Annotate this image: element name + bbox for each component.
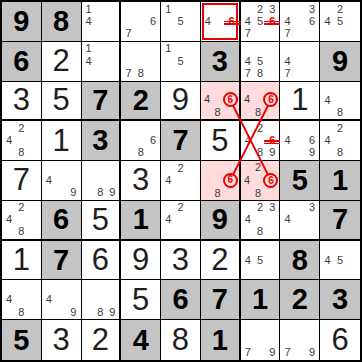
cell-r2c6[interactable]: 3: [201, 42, 241, 82]
cell-r7c3[interactable]: 6: [82, 241, 122, 281]
candidate-2: 2: [334, 3, 347, 15]
cell-r9c5[interactable]: 8: [161, 320, 201, 360]
empty-candidate-slot: [94, 67, 106, 79]
empty-candidate-slot: [266, 226, 278, 238]
empty-candidate-slot: [187, 67, 199, 79]
empty-candidate-slot: [162, 28, 174, 40]
empty-candidate-slot: [106, 281, 118, 293]
candidate-2: 2: [254, 3, 266, 15]
cell-r8c2[interactable]: 49: [42, 280, 82, 320]
cell-r5c2[interactable]: 49: [42, 161, 82, 201]
empty-candidate-slot: [226, 28, 238, 40]
empty-candidate-slot: [83, 281, 95, 293]
candidate-grid: 47: [280, 42, 319, 81]
empty-candidate-slot: [187, 162, 199, 174]
candidate-2: 2: [254, 122, 266, 134]
candidate-4: 4: [281, 214, 293, 226]
candidate-8: 8: [135, 67, 147, 79]
candidate-8: 8: [334, 106, 347, 118]
empty-candidate-slot: [28, 294, 40, 306]
solved-digit: 2: [82, 320, 120, 360]
empty-candidate-slot: [334, 83, 347, 95]
empty-candidate-slot: [162, 162, 174, 174]
empty-candidate-slot: [242, 321, 254, 334]
empty-candidate-slot: [94, 294, 106, 306]
cell-r4c5[interactable]: 7: [161, 121, 201, 161]
candidate-5: 5: [334, 15, 347, 27]
empty-candidate-slot: [281, 3, 293, 15]
cell-r6c4[interactable]: 1: [121, 201, 161, 241]
candidate-3: 3: [266, 202, 278, 214]
empty-candidate-slot: [321, 83, 334, 95]
cell-r2c9[interactable]: 9: [320, 42, 360, 82]
candidate-2: 2: [254, 202, 266, 214]
cell-r9c9[interactable]: 6: [320, 320, 360, 360]
cell-r9c4[interactable]: 4: [121, 320, 161, 360]
cell-r3c6[interactable]: 468: [201, 82, 241, 122]
empty-candidate-slot: [3, 281, 15, 293]
candidate-8: 8: [254, 147, 266, 159]
empty-candidate-slot: [15, 214, 27, 226]
candidate-3: 3: [306, 202, 318, 214]
candidate-grid: 468: [241, 82, 280, 120]
cell-r3c7[interactable]: 468: [241, 82, 281, 122]
candidate-5: 5: [174, 15, 186, 27]
given-digit: 3: [82, 121, 120, 160]
empty-candidate-slot: [242, 266, 254, 278]
empty-candidate-slot: [266, 122, 278, 134]
empty-candidate-slot: [83, 28, 95, 40]
empty-candidate-slot: [294, 43, 306, 55]
empty-candidate-slot: [28, 306, 40, 318]
empty-candidate-slot: [83, 67, 95, 79]
empty-candidate-slot: [28, 226, 40, 238]
empty-candidate-slot: [162, 202, 174, 214]
empty-candidate-slot: [106, 55, 118, 67]
empty-candidate-slot: [162, 55, 174, 67]
candidate-6: 6: [147, 15, 159, 27]
candidate-4: 4: [242, 173, 253, 188]
cell-r8c5[interactable]: 6: [161, 280, 201, 320]
empty-candidate-slot: [174, 174, 186, 186]
empty-candidate-slot: [135, 28, 147, 40]
given-digit: 2: [121, 82, 160, 120]
empty-candidate-slot: [242, 83, 253, 93]
solved-digit: 7: [2, 161, 41, 200]
cell-r4c1[interactable]: 248: [2, 121, 42, 161]
candidate-4: 4: [3, 214, 15, 226]
cell-r1c1[interactable]: 9: [2, 2, 42, 42]
empty-candidate-slot: [334, 266, 347, 278]
given-digit: 9: [320, 42, 360, 81]
empty-candidate-slot: [346, 94, 359, 106]
cell-r3c4[interactable]: 2: [121, 82, 161, 122]
candidate-grid: 468: [201, 82, 239, 120]
candidate-4: 4: [321, 15, 334, 27]
empty-candidate-slot: [67, 174, 79, 186]
empty-candidate-slot: [346, 135, 359, 147]
candidate-grid: 4578: [241, 42, 280, 81]
empty-candidate-slot: [106, 174, 118, 186]
empty-candidate-slot: [122, 135, 134, 147]
cell-r9c1[interactable]: 5: [2, 320, 42, 360]
solved-digit: 6: [82, 241, 120, 280]
solved-digit: 3: [121, 161, 160, 200]
candidate-grid: 68: [201, 161, 239, 200]
empty-candidate-slot: [106, 162, 118, 174]
empty-candidate-slot: [346, 147, 359, 159]
cell-r3c9[interactable]: 48: [320, 82, 360, 122]
empty-candidate-slot: [306, 55, 318, 67]
cell-r1c6[interactable]: 46: [201, 2, 241, 42]
empty-candidate-slot: [242, 162, 253, 173]
empty-candidate-slot: [15, 294, 27, 306]
empty-candidate-slot: [106, 3, 118, 15]
candidate-grid: 89: [82, 280, 120, 319]
empty-candidate-slot: [294, 135, 306, 147]
empty-candidate-slot: [94, 15, 106, 27]
empty-candidate-slot: [294, 3, 306, 15]
empty-candidate-slot: [334, 135, 347, 147]
candidate-4: 4: [3, 135, 15, 147]
cell-r8c9[interactable]: 3: [320, 280, 360, 320]
cell-r2c5[interactable]: 15: [161, 42, 201, 82]
candidate-grid: 79: [280, 320, 319, 360]
candidate-4: 4: [242, 92, 253, 107]
empty-candidate-slot: [147, 55, 159, 67]
empty-candidate-slot: [122, 3, 134, 15]
cell-r4c8[interactable]: 469: [280, 121, 320, 161]
cell-r8c1[interactable]: 48: [2, 280, 42, 320]
empty-candidate-slot: [212, 83, 222, 93]
cell-r4c4[interactable]: 68: [121, 121, 161, 161]
candidate-3: 3: [266, 3, 278, 15]
cell-r8c7[interactable]: 1: [241, 280, 281, 320]
cell-r6c2[interactable]: 6: [42, 201, 82, 241]
empty-candidate-slot: [106, 15, 118, 27]
given-digit: 7: [320, 201, 360, 239]
cell-r9c6[interactable]: 1: [201, 320, 241, 360]
cell-r6c8[interactable]: 34: [280, 201, 320, 241]
given-digit: 7: [161, 121, 200, 160]
cell-r9c2[interactable]: 3: [42, 320, 82, 360]
eliminated-candidate-6: 6: [266, 15, 278, 27]
empty-candidate-slot: [187, 187, 199, 199]
candidate-grid: 48: [320, 82, 360, 120]
empty-candidate-slot: [135, 15, 147, 27]
cell-r2c2[interactable]: 2: [42, 42, 82, 82]
cell-r3c3[interactable]: 7: [82, 82, 122, 122]
cell-r3c8[interactable]: 1: [280, 82, 320, 122]
cell-r4c3[interactable]: 3: [82, 121, 122, 161]
empty-candidate-slot: [266, 67, 278, 79]
cell-r2c4[interactable]: 78: [121, 42, 161, 82]
cell-r1c2[interactable]: 8: [42, 2, 82, 42]
cell-r1c3[interactable]: 14: [82, 2, 122, 42]
empty-candidate-slot: [212, 173, 222, 188]
empty-candidate-slot: [212, 162, 222, 173]
empty-candidate-slot: [202, 28, 214, 40]
empty-candidate-slot: [122, 147, 134, 159]
given-digit: 7: [42, 241, 81, 280]
given-digit: 9: [2, 2, 41, 41]
given-digit: 7: [201, 280, 239, 319]
candidate-4: 4: [321, 94, 334, 106]
empty-candidate-slot: [174, 214, 186, 226]
solved-digit: 3: [42, 320, 81, 360]
candidate-grid: 14: [82, 2, 120, 41]
cell-r5c4[interactable]: 3: [121, 161, 161, 201]
cell-r7c4[interactable]: 9: [121, 241, 161, 281]
empty-candidate-slot: [15, 135, 27, 147]
candidate-7: 7: [122, 28, 134, 40]
candidate-8: 8: [253, 188, 264, 199]
empty-candidate-slot: [306, 122, 318, 134]
empty-candidate-slot: [294, 346, 306, 359]
empty-candidate-slot: [242, 147, 254, 159]
solved-digit: 2: [42, 42, 81, 81]
empty-candidate-slot: [214, 3, 226, 15]
candidate-4: 4: [43, 174, 55, 186]
empty-candidate-slot: [281, 122, 293, 134]
empty-candidate-slot: [214, 28, 226, 40]
empty-candidate-slot: [306, 226, 318, 238]
empty-candidate-slot: [187, 15, 199, 27]
empty-candidate-slot: [162, 15, 174, 27]
empty-candidate-slot: [28, 135, 40, 147]
eliminated-candidate-6: 6: [266, 135, 278, 147]
cell-r6c3[interactable]: 5: [82, 201, 122, 241]
empty-candidate-slot: [321, 3, 334, 15]
cell-r5c7[interactable]: 2468: [241, 161, 281, 201]
candidate-8: 8: [94, 306, 106, 318]
empty-candidate-slot: [187, 55, 199, 67]
empty-candidate-slot: [294, 202, 306, 214]
given-digit: 7: [82, 82, 120, 120]
candidate-grid: 67: [121, 2, 160, 41]
cell-r2c7[interactable]: 4578: [241, 42, 281, 82]
empty-candidate-slot: [223, 188, 238, 199]
empty-candidate-slot: [55, 162, 67, 174]
empty-candidate-slot: [94, 43, 106, 55]
cell-r2c1[interactable]: 6: [2, 42, 42, 82]
candidate-9: 9: [67, 306, 79, 318]
empty-candidate-slot: [242, 226, 254, 238]
given-digit: 3: [201, 42, 239, 81]
empty-candidate-slot: [83, 294, 95, 306]
cell-r8c6[interactable]: 7: [201, 280, 241, 320]
cell-r9c7[interactable]: 79: [241, 320, 281, 360]
candidate-grid: 48: [2, 280, 41, 319]
given-digit: 6: [161, 280, 200, 319]
empty-candidate-slot: [321, 147, 334, 159]
cell-r3c2[interactable]: 5: [42, 82, 82, 122]
empty-candidate-slot: [174, 3, 186, 15]
cell-r5c1[interactable]: 7: [2, 161, 42, 201]
cell-r7c7[interactable]: 45: [241, 241, 281, 281]
empty-candidate-slot: [147, 43, 159, 55]
candidate-4: 4: [242, 15, 254, 27]
cell-r7c9[interactable]: 45: [320, 241, 360, 281]
solved-digit: 8: [161, 320, 200, 360]
empty-candidate-slot: [187, 174, 199, 186]
cell-r1c8[interactable]: 3467: [280, 2, 320, 42]
empty-candidate-slot: [202, 162, 212, 173]
empty-candidate-slot: [346, 15, 359, 27]
candidate-9: 9: [266, 346, 278, 359]
empty-candidate-slot: [174, 43, 186, 55]
empty-candidate-slot: [28, 122, 40, 134]
empty-candidate-slot: [202, 3, 214, 15]
given-digit: 6: [2, 42, 41, 81]
candidate-7: 7: [242, 28, 254, 40]
cell-r6c9[interactable]: 7: [320, 201, 360, 241]
empty-candidate-slot: [106, 43, 118, 55]
cell-r8c8[interactable]: 2: [280, 280, 320, 320]
empty-candidate-slot: [174, 226, 186, 238]
sudoku-app: 9814671546234567346724562147815345784793…: [0, 0, 362, 362]
empty-candidate-slot: [253, 92, 264, 107]
empty-candidate-slot: [254, 242, 266, 254]
empty-candidate-slot: [94, 55, 106, 67]
candidate-6: 6: [306, 15, 318, 27]
empty-candidate-slot: [242, 122, 254, 134]
cell-r3c1[interactable]: 3: [2, 82, 42, 122]
cell-r4c9[interactable]: 248: [320, 121, 360, 161]
empty-candidate-slot: [346, 242, 359, 254]
empty-candidate-slot: [83, 306, 95, 318]
candidate-grid: 234567: [241, 2, 280, 41]
empty-candidate-slot: [242, 242, 254, 254]
candidate-1: 1: [162, 3, 174, 15]
cell-r5c5[interactable]: 24: [161, 161, 201, 201]
candidate-9: 9: [106, 306, 118, 318]
candidate-2: 2: [15, 202, 27, 214]
empty-candidate-slot: [294, 147, 306, 159]
candidate-1: 1: [83, 3, 95, 15]
empty-candidate-slot: [334, 94, 347, 106]
candidate-grid: 79: [241, 320, 280, 360]
cell-r7c2[interactable]: 7: [42, 241, 82, 281]
empty-candidate-slot: [254, 214, 266, 226]
solved-digit: 9: [121, 241, 160, 280]
cell-r5c3[interactable]: 89: [82, 161, 122, 201]
empty-candidate-slot: [187, 28, 199, 40]
empty-candidate-slot: [135, 55, 147, 67]
empty-candidate-slot: [122, 55, 134, 67]
cell-r4c6[interactable]: 5: [201, 121, 241, 161]
cell-r1c9[interactable]: 245: [320, 2, 360, 42]
candidate-grid: 15: [161, 2, 200, 41]
cell-r1c5[interactable]: 15: [161, 2, 201, 42]
cell-r5c9[interactable]: 1: [320, 161, 360, 201]
empty-candidate-slot: [242, 43, 254, 55]
candidate-grid: 46: [201, 2, 239, 41]
empty-candidate-slot: [202, 188, 212, 199]
cell-r6c5[interactable]: 24: [161, 201, 201, 241]
empty-candidate-slot: [162, 187, 174, 199]
circled-candidate-6: 6: [263, 173, 278, 188]
cell-r7c6[interactable]: 2: [201, 241, 241, 281]
cell-r9c8[interactable]: 79: [280, 320, 320, 360]
candidate-grid: 49: [42, 161, 81, 200]
empty-candidate-slot: [346, 254, 359, 266]
empty-candidate-slot: [346, 106, 359, 118]
candidate-4: 4: [321, 254, 334, 266]
cell-r2c8[interactable]: 47: [280, 42, 320, 82]
candidate-4: 4: [281, 135, 293, 147]
cell-r8c4[interactable]: 5: [121, 280, 161, 320]
empty-candidate-slot: [266, 43, 278, 55]
empty-candidate-slot: [281, 226, 293, 238]
candidate-grid: 68: [121, 121, 160, 160]
empty-candidate-slot: [306, 67, 318, 79]
cell-r3c5[interactable]: 9: [161, 82, 201, 122]
candidate-6: 6: [306, 135, 318, 147]
circled-candidate-6: 6: [223, 92, 238, 107]
cell-r4c2[interactable]: 1: [42, 121, 82, 161]
empty-candidate-slot: [147, 67, 159, 79]
candidate-4: 4: [242, 254, 254, 266]
empty-candidate-slot: [263, 83, 278, 93]
cell-r1c4[interactable]: 67: [121, 2, 161, 42]
empty-candidate-slot: [266, 334, 278, 347]
candidate-7: 7: [281, 346, 293, 359]
empty-candidate-slot: [321, 266, 334, 278]
empty-candidate-slot: [346, 122, 359, 134]
empty-candidate-slot: [174, 28, 186, 40]
cell-r1c7[interactable]: 234567: [241, 2, 281, 42]
empty-candidate-slot: [55, 306, 67, 318]
empty-candidate-slot: [67, 281, 79, 293]
cell-r6c1[interactable]: 248: [2, 201, 42, 241]
cell-r7c5[interactable]: 3: [161, 241, 201, 281]
cell-r5c6[interactable]: 68: [201, 161, 241, 201]
empty-candidate-slot: [122, 122, 134, 134]
cell-r5c8[interactable]: 5: [280, 161, 320, 201]
empty-candidate-slot: [254, 334, 266, 347]
empty-candidate-slot: [266, 321, 278, 334]
empty-candidate-slot: [43, 187, 55, 199]
cell-r8c3[interactable]: 89: [82, 280, 122, 320]
empty-candidate-slot: [94, 281, 106, 293]
empty-candidate-slot: [147, 3, 159, 15]
empty-candidate-slot: [55, 281, 67, 293]
candidate-grid: 24689: [241, 121, 280, 160]
empty-candidate-slot: [306, 334, 318, 347]
cell-r7c1[interactable]: 1: [2, 241, 42, 281]
candidate-2: 2: [334, 122, 347, 134]
empty-candidate-slot: [135, 135, 147, 147]
cell-r4c7[interactable]: 24689: [241, 121, 281, 161]
empty-candidate-slot: [294, 321, 306, 334]
candidate-8: 8: [15, 306, 27, 318]
cell-r9c3[interactable]: 2: [82, 320, 122, 360]
cell-r7c8[interactable]: 8: [280, 241, 320, 281]
solved-digit: 5: [201, 121, 239, 160]
candidate-4: 4: [202, 15, 214, 27]
candidate-grid: 2468: [241, 161, 280, 200]
empty-candidate-slot: [162, 226, 174, 238]
cell-r6c6[interactable]: 9: [201, 201, 241, 241]
cell-r6c7[interactable]: 2348: [241, 201, 281, 241]
empty-candidate-slot: [263, 162, 278, 173]
empty-candidate-slot: [266, 55, 278, 67]
cell-r2c3[interactable]: 14: [82, 42, 122, 82]
empty-candidate-slot: [94, 174, 106, 186]
empty-candidate-slot: [266, 28, 278, 40]
empty-candidate-slot: [346, 3, 359, 15]
